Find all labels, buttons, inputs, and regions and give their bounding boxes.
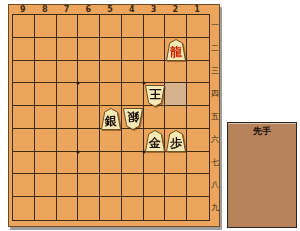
piece-sente-5五[interactable]: 銀 — [101, 108, 121, 130]
square-5-4[interactable] — [100, 83, 122, 106]
square-8-7[interactable] — [35, 152, 57, 175]
rank-label: 五 — [210, 105, 220, 128]
svg-text:銀: 銀 — [104, 114, 118, 128]
square-9-8[interactable] — [13, 174, 35, 197]
square-3-3[interactable] — [144, 61, 166, 84]
star-point — [77, 82, 80, 85]
square-9-7[interactable] — [13, 152, 35, 175]
piece-sente-2六[interactable]: 歩 — [166, 130, 186, 152]
square-7-3[interactable] — [57, 61, 79, 84]
square-2-7[interactable] — [165, 152, 187, 175]
svg-text:歩: 歩 — [170, 136, 183, 150]
file-coordinates: 987654321 — [12, 5, 208, 14]
square-6-8[interactable] — [78, 174, 100, 197]
square-4-1[interactable] — [122, 15, 144, 38]
square-6-2[interactable] — [78, 38, 100, 61]
shogi-board: 987654321 龍王銀銀金歩 一二三四五六七八九 — [8, 4, 220, 227]
square-9-2[interactable] — [13, 38, 35, 61]
square-1-6[interactable] — [187, 129, 209, 152]
square-1-5[interactable] — [187, 106, 209, 129]
square-7-9[interactable] — [57, 197, 79, 220]
square-2-4[interactable] — [165, 83, 187, 106]
square-1-9[interactable] — [187, 197, 209, 220]
square-2-9[interactable] — [165, 197, 187, 220]
square-8-3[interactable] — [35, 61, 57, 84]
square-2-1[interactable] — [165, 15, 187, 38]
rank-label: 六 — [210, 128, 220, 151]
rank-coordinates: 一二三四五六七八九 — [210, 14, 220, 219]
file-label: 9 — [12, 5, 34, 14]
square-4-3[interactable] — [122, 61, 144, 84]
square-4-6[interactable] — [122, 129, 144, 152]
file-label: 5 — [99, 5, 121, 14]
piece-sente-2二[interactable]: 龍 — [166, 39, 186, 61]
file-label: 1 — [186, 5, 208, 14]
square-6-5[interactable] — [78, 106, 100, 129]
square-7-8[interactable] — [57, 174, 79, 197]
square-2-3[interactable] — [165, 61, 187, 84]
square-9-5[interactable] — [13, 106, 35, 129]
square-6-9[interactable] — [78, 197, 100, 220]
square-8-8[interactable] — [35, 174, 57, 197]
rank-label: 四 — [210, 82, 220, 105]
square-8-5[interactable] — [35, 106, 57, 129]
square-8-2[interactable] — [35, 38, 57, 61]
svg-text:金: 金 — [148, 136, 161, 150]
square-9-9[interactable] — [13, 197, 35, 220]
square-2-5[interactable] — [165, 106, 187, 129]
svg-text:銀: 銀 — [126, 110, 140, 124]
rank-label: 七 — [210, 151, 220, 174]
square-1-4[interactable] — [187, 83, 209, 106]
square-4-8[interactable] — [122, 174, 144, 197]
square-9-3[interactable] — [13, 61, 35, 84]
square-9-6[interactable] — [13, 129, 35, 152]
square-1-1[interactable] — [187, 15, 209, 38]
square-5-6[interactable] — [100, 129, 122, 152]
file-label: 2 — [164, 5, 186, 14]
square-9-4[interactable] — [13, 83, 35, 106]
square-5-8[interactable] — [100, 174, 122, 197]
piece-sente-3六[interactable]: 金 — [145, 130, 165, 152]
square-7-1[interactable] — [57, 15, 79, 38]
square-6-7[interactable] — [78, 152, 100, 175]
square-8-6[interactable] — [35, 129, 57, 152]
square-3-8[interactable] — [144, 174, 166, 197]
square-7-7[interactable] — [57, 152, 79, 175]
square-6-6[interactable] — [78, 129, 100, 152]
svg-text:王: 王 — [149, 87, 162, 101]
square-7-6[interactable] — [57, 129, 79, 152]
file-label: 3 — [143, 5, 165, 14]
file-label: 7 — [56, 5, 78, 14]
square-4-2[interactable] — [122, 38, 144, 61]
square-6-1[interactable] — [78, 15, 100, 38]
board-grid: 龍王銀銀金歩 — [12, 14, 210, 221]
square-3-9[interactable] — [144, 197, 166, 220]
rank-label: 一 — [210, 14, 220, 37]
square-2-8[interactable] — [165, 174, 187, 197]
square-1-7[interactable] — [187, 152, 209, 175]
file-label: 4 — [121, 5, 143, 14]
piece-gote-3四[interactable]: 王 — [145, 85, 165, 107]
star-point — [77, 150, 80, 153]
sente-komadai: 先手 — [227, 122, 297, 228]
square-6-4[interactable] — [78, 83, 100, 106]
square-1-2[interactable] — [187, 38, 209, 61]
square-4-9[interactable] — [122, 197, 144, 220]
square-4-7[interactable] — [122, 152, 144, 175]
svg-text:龍: 龍 — [169, 45, 183, 59]
square-8-4[interactable] — [35, 83, 57, 106]
file-label: 6 — [77, 5, 99, 14]
square-6-3[interactable] — [78, 61, 100, 84]
square-5-2[interactable] — [100, 38, 122, 61]
rank-label: 九 — [210, 196, 220, 219]
square-7-2[interactable] — [57, 38, 79, 61]
square-1-8[interactable] — [187, 174, 209, 197]
komadai-label: 先手 — [228, 125, 296, 138]
file-label: 8 — [34, 5, 56, 14]
square-3-2[interactable] — [144, 38, 166, 61]
square-3-1[interactable] — [144, 15, 166, 38]
square-5-3[interactable] — [100, 61, 122, 84]
rank-label: 八 — [210, 173, 220, 196]
rank-label: 二 — [210, 37, 220, 60]
square-5-1[interactable] — [100, 15, 122, 38]
square-5-9[interactable] — [100, 197, 122, 220]
square-7-5[interactable] — [57, 106, 79, 129]
square-8-9[interactable] — [35, 197, 57, 220]
rank-label: 三 — [210, 60, 220, 83]
square-3-7[interactable] — [144, 152, 166, 175]
square-7-4[interactable] — [57, 83, 79, 106]
square-1-3[interactable] — [187, 61, 209, 84]
page: 987654321 龍王銀銀金歩 一二三四五六七八九 先手 — [0, 0, 300, 231]
square-8-1[interactable] — [35, 15, 57, 38]
square-5-7[interactable] — [100, 152, 122, 175]
square-9-1[interactable] — [13, 15, 35, 38]
square-4-4[interactable] — [122, 83, 144, 106]
piece-gote-4五[interactable]: 銀 — [123, 108, 143, 130]
square-3-5[interactable] — [144, 106, 166, 129]
